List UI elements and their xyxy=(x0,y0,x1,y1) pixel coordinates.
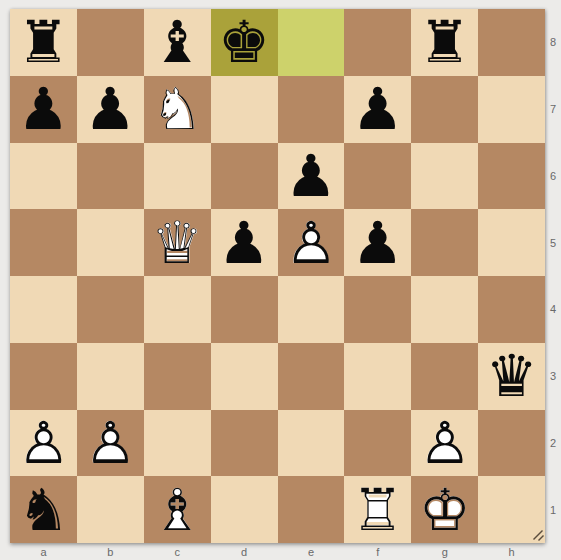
square-f6[interactable] xyxy=(344,143,411,210)
square-f8[interactable] xyxy=(344,9,411,76)
file-label-d: d xyxy=(211,543,278,560)
piece-black-pawn[interactable]: ♟ xyxy=(77,76,144,143)
square-d4[interactable] xyxy=(211,276,278,343)
square-h3[interactable]: ♛ xyxy=(478,343,545,410)
square-d3[interactable] xyxy=(211,343,278,410)
square-f2[interactable] xyxy=(344,410,411,477)
square-c3[interactable] xyxy=(144,343,211,410)
square-g3[interactable] xyxy=(411,343,478,410)
square-e4[interactable] xyxy=(278,276,345,343)
square-a8[interactable]: ♜ xyxy=(10,9,77,76)
square-d6[interactable] xyxy=(211,143,278,210)
rank-label-6: 6 xyxy=(545,143,561,210)
file-label-h: h xyxy=(478,543,545,560)
square-a7[interactable]: ♟ xyxy=(10,76,77,143)
file-label-f: f xyxy=(344,543,411,560)
square-h5[interactable] xyxy=(478,209,545,276)
square-h6[interactable] xyxy=(478,143,545,210)
piece-black-pawn[interactable]: ♟ xyxy=(10,76,77,143)
piece-black-queen[interactable]: ♛ xyxy=(478,343,545,410)
rank-label-7: 7 xyxy=(545,76,561,143)
square-c7[interactable]: ♞♘ xyxy=(144,76,211,143)
square-g1[interactable]: ♚♔ xyxy=(411,476,478,543)
square-a2[interactable]: ♟♙ xyxy=(10,410,77,477)
square-g6[interactable] xyxy=(411,143,478,210)
file-label-b: b xyxy=(77,543,144,560)
piece-black-rook[interactable]: ♜ xyxy=(411,9,478,76)
square-g7[interactable] xyxy=(411,76,478,143)
square-g5[interactable] xyxy=(411,209,478,276)
piece-black-rook[interactable]: ♜ xyxy=(10,9,77,76)
file-label-c: c xyxy=(144,543,211,560)
square-c5[interactable]: ♛♕ xyxy=(144,209,211,276)
piece-white-pawn[interactable]: ♟♙ xyxy=(10,410,77,477)
square-g8[interactable]: ♜ xyxy=(411,9,478,76)
square-c6[interactable] xyxy=(144,143,211,210)
square-e5[interactable]: ♟♙ xyxy=(278,209,345,276)
piece-black-king[interactable]: ♚ xyxy=(211,9,278,76)
rank-label-5: 5 xyxy=(545,209,561,276)
square-b4[interactable] xyxy=(77,276,144,343)
square-d8[interactable]: ♚ xyxy=(211,9,278,76)
piece-white-king[interactable]: ♚♔ xyxy=(411,476,478,543)
square-f1[interactable]: ♜♖ xyxy=(344,476,411,543)
square-a5[interactable] xyxy=(10,209,77,276)
piece-black-pawn[interactable]: ♟ xyxy=(344,76,411,143)
square-e8[interactable] xyxy=(278,9,345,76)
square-b8[interactable] xyxy=(77,9,144,76)
rank-label-4: 4 xyxy=(545,276,561,343)
square-a4[interactable] xyxy=(10,276,77,343)
square-d5[interactable]: ♟ xyxy=(211,209,278,276)
square-c2[interactable] xyxy=(144,410,211,477)
square-f4[interactable] xyxy=(344,276,411,343)
square-f5[interactable]: ♟ xyxy=(344,209,411,276)
piece-white-pawn[interactable]: ♟♙ xyxy=(278,209,345,276)
rank-label-2: 2 xyxy=(545,410,561,477)
square-c1[interactable]: ♝♗ xyxy=(144,476,211,543)
piece-black-pawn[interactable]: ♟ xyxy=(278,143,345,210)
square-a3[interactable] xyxy=(10,343,77,410)
square-g4[interactable] xyxy=(411,276,478,343)
file-coordinates: abcdefgh xyxy=(10,543,545,560)
rank-label-8: 8 xyxy=(545,9,561,76)
rank-label-1: 1 xyxy=(545,476,561,543)
piece-white-rook[interactable]: ♜♖ xyxy=(344,476,411,543)
board-resize-handle-icon[interactable] xyxy=(531,528,545,542)
square-c4[interactable] xyxy=(144,276,211,343)
piece-black-bishop[interactable]: ♝ xyxy=(144,9,211,76)
square-f7[interactable]: ♟ xyxy=(344,76,411,143)
piece-white-queen[interactable]: ♛♕ xyxy=(144,209,211,276)
piece-white-pawn[interactable]: ♟♙ xyxy=(411,410,478,477)
piece-white-bishop[interactable]: ♝♗ xyxy=(144,476,211,543)
chess-page: ♜♝♚♜♟♟♞♘♟♟♛♕♟♟♙♟♛♟♙♟♙♟♙♞♝♗♜♖♚♔ 87654321 … xyxy=(0,0,561,560)
square-b3[interactable] xyxy=(77,343,144,410)
square-h4[interactable] xyxy=(478,276,545,343)
piece-black-pawn[interactable]: ♟ xyxy=(211,209,278,276)
square-d2[interactable] xyxy=(211,410,278,477)
square-b6[interactable] xyxy=(77,143,144,210)
square-e1[interactable] xyxy=(278,476,345,543)
rank-coordinates: 87654321 xyxy=(545,9,561,543)
square-d7[interactable] xyxy=(211,76,278,143)
piece-white-pawn[interactable]: ♟♙ xyxy=(77,410,144,477)
square-h2[interactable] xyxy=(478,410,545,477)
square-a1[interactable]: ♞ xyxy=(10,476,77,543)
chess-board: ♜♝♚♜♟♟♞♘♟♟♛♕♟♟♙♟♛♟♙♟♙♟♙♞♝♗♜♖♚♔ xyxy=(10,9,545,543)
piece-black-pawn[interactable]: ♟ xyxy=(344,209,411,276)
square-e6[interactable]: ♟ xyxy=(278,143,345,210)
square-g2[interactable]: ♟♙ xyxy=(411,410,478,477)
file-label-a: a xyxy=(10,543,77,560)
rank-label-3: 3 xyxy=(545,343,561,410)
square-b2[interactable]: ♟♙ xyxy=(77,410,144,477)
file-label-e: e xyxy=(278,543,345,560)
square-e7[interactable] xyxy=(278,76,345,143)
square-b5[interactable] xyxy=(77,209,144,276)
square-a6[interactable] xyxy=(10,143,77,210)
piece-black-knight[interactable]: ♞ xyxy=(10,476,77,543)
square-c8[interactable]: ♝ xyxy=(144,9,211,76)
square-b7[interactable]: ♟ xyxy=(77,76,144,143)
piece-white-knight[interactable]: ♞♘ xyxy=(144,76,211,143)
square-f3[interactable] xyxy=(344,343,411,410)
square-h7[interactable] xyxy=(478,76,545,143)
square-e2[interactable] xyxy=(278,410,345,477)
square-h8[interactable] xyxy=(478,9,545,76)
square-b1[interactable] xyxy=(77,476,144,543)
square-e3[interactable] xyxy=(278,343,345,410)
square-d1[interactable] xyxy=(211,476,278,543)
file-label-g: g xyxy=(411,543,478,560)
